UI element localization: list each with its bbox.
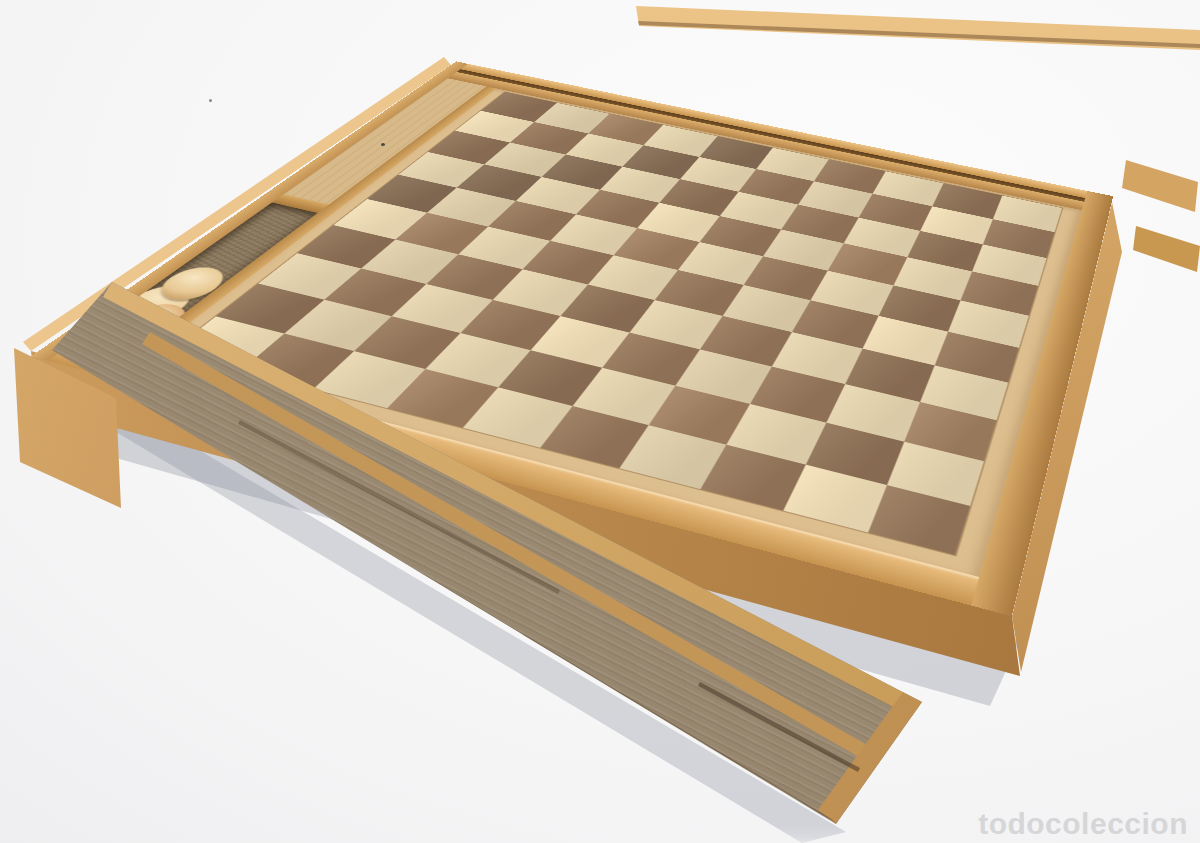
watermark: todocoleccion [978,807,1188,841]
dust-speck [381,143,385,146]
dust-speck [209,99,212,102]
scene: todocoleccion [0,0,1200,843]
